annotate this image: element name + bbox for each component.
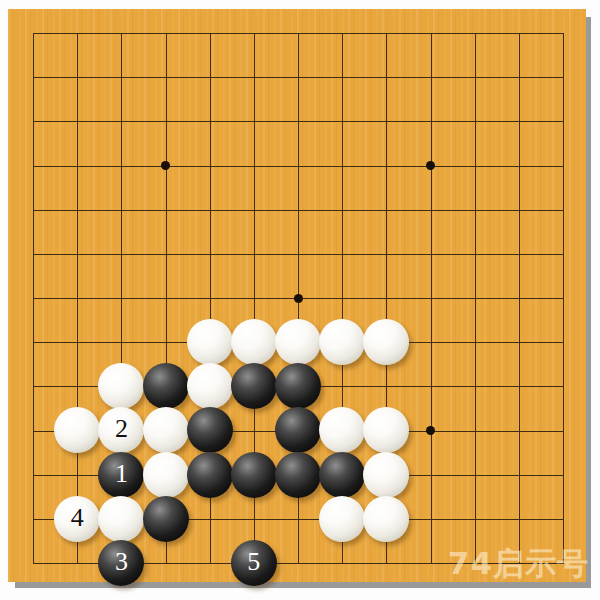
intersection-9-9[interactable] bbox=[364, 364, 408, 408]
white-stone bbox=[363, 496, 409, 542]
intersection-12-4[interactable] bbox=[497, 143, 541, 187]
move-number: 5 bbox=[247, 549, 260, 575]
intersection-8-13[interactable] bbox=[320, 541, 364, 585]
intersection-9-7[interactable] bbox=[364, 276, 408, 320]
white-stone bbox=[363, 407, 409, 453]
intersection-3-7[interactable] bbox=[99, 276, 143, 320]
intersection-12-9[interactable] bbox=[497, 364, 541, 408]
intersection-9-4[interactable] bbox=[364, 143, 408, 187]
black-stone: 3 bbox=[98, 540, 144, 586]
intersection-3-9[interactable] bbox=[99, 364, 143, 408]
black-stone bbox=[187, 407, 233, 453]
black-stone bbox=[231, 363, 277, 409]
intersection-12-8[interactable] bbox=[497, 320, 541, 364]
intersection-9-8[interactable] bbox=[364, 320, 408, 364]
intersection-9-11[interactable] bbox=[364, 453, 408, 497]
intersection-11-12[interactable] bbox=[453, 497, 497, 541]
black-stone bbox=[275, 452, 321, 498]
intersection-6-4[interactable] bbox=[232, 143, 276, 187]
white-stone bbox=[187, 363, 233, 409]
intersection-13-7[interactable] bbox=[541, 276, 585, 320]
intersection-12-1[interactable] bbox=[497, 11, 541, 55]
intersection-11-4[interactable] bbox=[453, 143, 497, 187]
white-stone bbox=[275, 319, 321, 365]
intersection-13-6[interactable] bbox=[541, 232, 585, 276]
intersection-9-1[interactable] bbox=[364, 11, 408, 55]
intersection-6-9[interactable] bbox=[232, 364, 276, 408]
intersection-13-1[interactable] bbox=[541, 11, 585, 55]
intersection-4-10[interactable] bbox=[143, 408, 187, 452]
intersection-9-6[interactable] bbox=[364, 232, 408, 276]
intersection-8-2[interactable] bbox=[320, 55, 364, 99]
intersection-1-6[interactable] bbox=[11, 232, 55, 276]
white-stone: 4 bbox=[54, 496, 100, 542]
intersection-6-1[interactable] bbox=[232, 11, 276, 55]
white-stone bbox=[98, 363, 144, 409]
intersection-6-10[interactable] bbox=[232, 408, 276, 452]
intersection-4-6[interactable] bbox=[143, 232, 187, 276]
intersection-8-8[interactable] bbox=[320, 320, 364, 364]
intersection-13-11[interactable] bbox=[541, 453, 585, 497]
intersection-11-13[interactable] bbox=[453, 541, 497, 585]
white-stone bbox=[143, 407, 189, 453]
intersection-2-9[interactable] bbox=[55, 364, 99, 408]
intersection-1-9[interactable] bbox=[11, 364, 55, 408]
intersection-10-1[interactable] bbox=[408, 11, 452, 55]
intersection-5-3[interactable] bbox=[188, 99, 232, 143]
intersection-2-4[interactable] bbox=[55, 143, 99, 187]
intersection-7-12[interactable] bbox=[276, 497, 320, 541]
intersection-13-8[interactable] bbox=[541, 320, 585, 364]
intersection-7-6[interactable] bbox=[276, 232, 320, 276]
intersection-5-4[interactable] bbox=[188, 143, 232, 187]
intersection-8-9[interactable] bbox=[320, 364, 364, 408]
move-number: 4 bbox=[71, 505, 84, 531]
intersection-12-3[interactable] bbox=[497, 99, 541, 143]
intersection-12-2[interactable] bbox=[497, 55, 541, 99]
intersection-5-7[interactable] bbox=[188, 276, 232, 320]
intersection-2-10[interactable] bbox=[55, 408, 99, 452]
white-stone bbox=[319, 319, 365, 365]
intersection-4-1[interactable] bbox=[143, 11, 187, 55]
intersection-13-4[interactable] bbox=[541, 143, 585, 187]
intersection-6-11[interactable] bbox=[232, 453, 276, 497]
intersection-5-6[interactable] bbox=[188, 232, 232, 276]
intersection-7-10[interactable] bbox=[276, 408, 320, 452]
intersection-11-5[interactable] bbox=[453, 188, 497, 232]
intersection-12-13[interactable] bbox=[497, 541, 541, 585]
intersection-6-7[interactable] bbox=[232, 276, 276, 320]
intersection-6-8[interactable] bbox=[232, 320, 276, 364]
intersection-5-5[interactable] bbox=[188, 188, 232, 232]
intersection-7-3[interactable] bbox=[276, 99, 320, 143]
intersection-9-12[interactable] bbox=[364, 497, 408, 541]
intersection-10-2[interactable] bbox=[408, 55, 452, 99]
intersection-8-12[interactable] bbox=[320, 497, 364, 541]
intersection-3-5[interactable] bbox=[99, 188, 143, 232]
intersection-8-3[interactable] bbox=[320, 99, 364, 143]
intersection-1-11[interactable] bbox=[11, 453, 55, 497]
intersection-9-3[interactable] bbox=[364, 99, 408, 143]
intersection-7-13[interactable] bbox=[276, 541, 320, 585]
intersection-11-10[interactable] bbox=[453, 408, 497, 452]
intersection-4-2[interactable] bbox=[143, 55, 187, 99]
intersection-6-12[interactable] bbox=[232, 497, 276, 541]
black-stone bbox=[143, 363, 189, 409]
intersection-6-13[interactable]: 5 bbox=[232, 541, 276, 585]
intersection-7-11[interactable] bbox=[276, 453, 320, 497]
intersection-11-2[interactable] bbox=[453, 55, 497, 99]
white-stone bbox=[231, 319, 277, 365]
intersection-10-9[interactable] bbox=[408, 364, 452, 408]
intersection-5-10[interactable] bbox=[188, 408, 232, 452]
move-number: 2 bbox=[115, 416, 128, 442]
intersection-3-11[interactable]: 1 bbox=[99, 453, 143, 497]
intersection-4-4[interactable] bbox=[143, 143, 187, 187]
intersection-3-2[interactable] bbox=[99, 55, 143, 99]
intersection-2-8[interactable] bbox=[55, 320, 99, 364]
black-stone bbox=[319, 452, 365, 498]
intersection-5-12[interactable] bbox=[188, 497, 232, 541]
intersection-2-7[interactable] bbox=[55, 276, 99, 320]
black-stone bbox=[231, 452, 277, 498]
intersection-6-3[interactable] bbox=[232, 99, 276, 143]
intersection-12-10[interactable] bbox=[497, 408, 541, 452]
intersection-2-1[interactable] bbox=[55, 11, 99, 55]
intersection-7-4[interactable] bbox=[276, 143, 320, 187]
black-stone: 1 bbox=[98, 452, 144, 498]
intersection-11-9[interactable] bbox=[453, 364, 497, 408]
intersection-3-10[interactable]: 2 bbox=[99, 408, 143, 452]
intersection-8-4[interactable] bbox=[320, 143, 364, 187]
intersection-10-7[interactable] bbox=[408, 276, 452, 320]
intersection-5-1[interactable] bbox=[188, 11, 232, 55]
intersection-1-2[interactable] bbox=[11, 55, 55, 99]
intersection-8-11[interactable] bbox=[320, 453, 364, 497]
intersection-11-6[interactable] bbox=[453, 232, 497, 276]
intersection-4-9[interactable] bbox=[143, 364, 187, 408]
intersection-8-5[interactable] bbox=[320, 188, 364, 232]
intersection-1-10[interactable] bbox=[11, 408, 55, 452]
white-stone bbox=[319, 407, 365, 453]
intersection-6-2[interactable] bbox=[232, 55, 276, 99]
intersection-3-6[interactable] bbox=[99, 232, 143, 276]
intersection-2-3[interactable] bbox=[55, 99, 99, 143]
intersection-3-3[interactable] bbox=[99, 99, 143, 143]
intersection-6-5[interactable] bbox=[232, 188, 276, 232]
intersection-3-1[interactable] bbox=[99, 11, 143, 55]
intersection-2-11[interactable] bbox=[55, 453, 99, 497]
black-stone bbox=[143, 496, 189, 542]
intersection-10-6[interactable] bbox=[408, 232, 452, 276]
intersection-2-12[interactable]: 4 bbox=[55, 497, 99, 541]
intersection-7-5[interactable] bbox=[276, 188, 320, 232]
intersection-1-4[interactable] bbox=[11, 143, 55, 187]
intersection-4-5[interactable] bbox=[143, 188, 187, 232]
intersection-11-7[interactable] bbox=[453, 276, 497, 320]
intersection-1-5[interactable] bbox=[11, 188, 55, 232]
intersection-10-13[interactable] bbox=[408, 541, 452, 585]
intersection-10-4[interactable] bbox=[408, 143, 452, 187]
intersection-11-3[interactable] bbox=[453, 99, 497, 143]
intersection-12-12[interactable] bbox=[497, 497, 541, 541]
page-background: 21435 74启示号 bbox=[0, 0, 600, 600]
intersection-13-10[interactable] bbox=[541, 408, 585, 452]
intersection-12-11[interactable] bbox=[497, 453, 541, 497]
intersection-8-1[interactable] bbox=[320, 11, 364, 55]
intersection-8-6[interactable] bbox=[320, 232, 364, 276]
white-stone bbox=[363, 452, 409, 498]
intersection-10-11[interactable] bbox=[408, 453, 452, 497]
intersection-4-8[interactable] bbox=[143, 320, 187, 364]
white-stone bbox=[143, 452, 189, 498]
intersection-7-7[interactable] bbox=[276, 276, 320, 320]
intersection-9-13[interactable] bbox=[364, 541, 408, 585]
intersection-2-6[interactable] bbox=[55, 232, 99, 276]
intersection-10-5[interactable] bbox=[408, 188, 452, 232]
intersection-3-12[interactable] bbox=[99, 497, 143, 541]
intersection-3-8[interactable] bbox=[99, 320, 143, 364]
intersection-13-13[interactable] bbox=[541, 541, 585, 585]
move-number: 1 bbox=[115, 461, 128, 487]
intersection-3-4[interactable] bbox=[99, 143, 143, 187]
intersection-12-6[interactable] bbox=[497, 232, 541, 276]
intersection-1-7[interactable] bbox=[11, 276, 55, 320]
intersection-8-10[interactable] bbox=[320, 408, 364, 452]
intersection-9-10[interactable] bbox=[364, 408, 408, 452]
intersection-12-5[interactable] bbox=[497, 188, 541, 232]
white-stone bbox=[98, 496, 144, 542]
white-stone bbox=[319, 496, 365, 542]
black-stone bbox=[275, 363, 321, 409]
intersection-1-3[interactable] bbox=[11, 99, 55, 143]
intersection-4-13[interactable] bbox=[143, 541, 187, 585]
intersection-3-13[interactable]: 3 bbox=[99, 541, 143, 585]
board-grid: 21435 bbox=[11, 11, 585, 585]
intersection-7-1[interactable] bbox=[276, 11, 320, 55]
intersection-5-13[interactable] bbox=[188, 541, 232, 585]
intersection-10-3[interactable] bbox=[408, 99, 452, 143]
go-board: 21435 bbox=[8, 9, 586, 582]
intersection-9-5[interactable] bbox=[364, 188, 408, 232]
intersection-13-5[interactable] bbox=[541, 188, 585, 232]
intersection-11-11[interactable] bbox=[453, 453, 497, 497]
black-stone bbox=[187, 452, 233, 498]
intersection-13-9[interactable] bbox=[541, 364, 585, 408]
intersection-8-7[interactable] bbox=[320, 276, 364, 320]
white-stone bbox=[187, 319, 233, 365]
intersection-4-7[interactable] bbox=[143, 276, 187, 320]
intersection-4-3[interactable] bbox=[143, 99, 187, 143]
black-stone: 5 bbox=[231, 540, 277, 586]
intersection-11-8[interactable] bbox=[453, 320, 497, 364]
intersection-1-1[interactable] bbox=[11, 11, 55, 55]
intersection-13-2[interactable] bbox=[541, 55, 585, 99]
intersection-7-9[interactable] bbox=[276, 364, 320, 408]
intersection-1-13[interactable] bbox=[11, 541, 55, 585]
intersection-5-2[interactable] bbox=[188, 55, 232, 99]
move-number: 3 bbox=[115, 549, 128, 575]
intersection-4-12[interactable] bbox=[143, 497, 187, 541]
intersection-9-2[interactable] bbox=[364, 55, 408, 99]
intersection-2-2[interactable] bbox=[55, 55, 99, 99]
intersection-5-8[interactable] bbox=[188, 320, 232, 364]
intersection-10-8[interactable] bbox=[408, 320, 452, 364]
white-stone: 2 bbox=[98, 407, 144, 453]
intersection-7-8[interactable] bbox=[276, 320, 320, 364]
intersection-5-11[interactable] bbox=[188, 453, 232, 497]
intersection-1-8[interactable] bbox=[11, 320, 55, 364]
intersection-11-1[interactable] bbox=[453, 11, 497, 55]
intersection-13-3[interactable] bbox=[541, 99, 585, 143]
black-stone bbox=[275, 407, 321, 453]
intersection-13-12[interactable] bbox=[541, 497, 585, 541]
intersection-6-6[interactable] bbox=[232, 232, 276, 276]
intersection-10-12[interactable] bbox=[408, 497, 452, 541]
intersection-7-2[interactable] bbox=[276, 55, 320, 99]
intersection-12-7[interactable] bbox=[497, 276, 541, 320]
intersection-4-11[interactable] bbox=[143, 453, 187, 497]
white-stone bbox=[363, 319, 409, 365]
intersection-2-13[interactable] bbox=[55, 541, 99, 585]
white-stone bbox=[54, 407, 100, 453]
intersection-5-9[interactable] bbox=[188, 364, 232, 408]
intersection-10-10[interactable] bbox=[408, 408, 452, 452]
intersection-2-5[interactable] bbox=[55, 188, 99, 232]
intersection-1-12[interactable] bbox=[11, 497, 55, 541]
